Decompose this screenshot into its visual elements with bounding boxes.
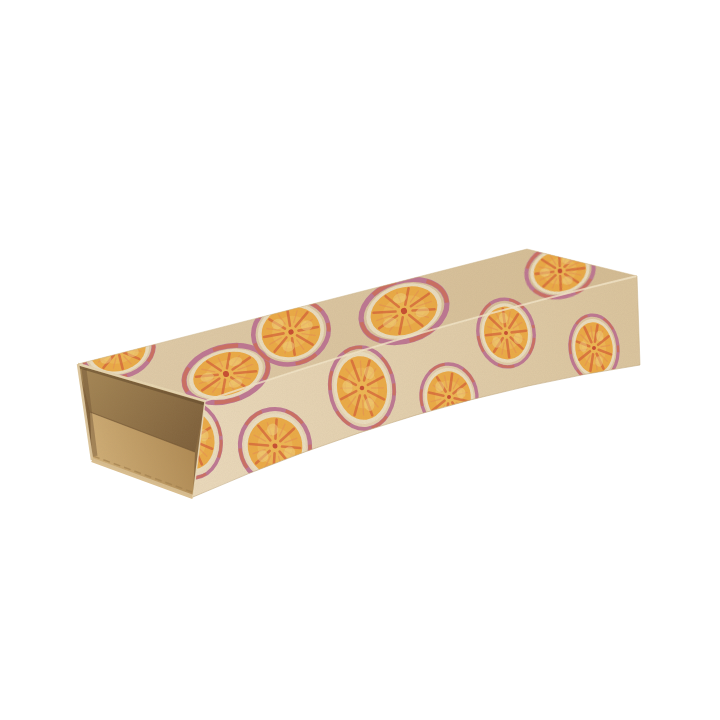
box-illustration	[0, 0, 720, 720]
product-photo	[0, 0, 720, 720]
